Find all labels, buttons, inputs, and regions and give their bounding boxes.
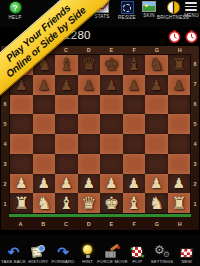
file-label: D: [77, 220, 100, 227]
square-g6[interactable]: [145, 95, 168, 115]
white-pawn: ♟: [37, 176, 50, 190]
square-d8[interactable]: ♛: [78, 55, 101, 75]
rank-label: 5: [191, 114, 199, 134]
settings-icon: ⚙⚙: [154, 245, 170, 258]
rank-label: 1: [1, 194, 9, 214]
square-e8[interactable]: ♚: [100, 55, 123, 75]
rank-labels-right: 87654321: [191, 54, 199, 214]
black-pawn: ♟: [172, 77, 185, 91]
rank-label: 4: [191, 134, 199, 154]
new-icon: [180, 248, 194, 258]
square-h2[interactable]: ♟: [168, 174, 191, 194]
rank-label: 3: [191, 154, 199, 174]
rank-label: 2: [1, 174, 9, 194]
history-label: HISTORY: [28, 259, 48, 264]
hint-label: HINT: [82, 259, 93, 264]
square-b6[interactable]: [33, 95, 56, 115]
square-e1[interactable]: ♚: [100, 193, 123, 213]
square-a6[interactable]: [10, 95, 33, 115]
square-c5[interactable]: [55, 114, 78, 134]
square-d5[interactable]: [78, 114, 101, 134]
square-f2[interactable]: ♟: [123, 174, 146, 194]
square-h4[interactable]: [168, 134, 191, 154]
square-h7[interactable]: ♟: [168, 75, 191, 95]
settings-button[interactable]: ⚙⚙ SETTINGS: [150, 245, 175, 265]
forward-button[interactable]: ↷ FORWARD: [51, 246, 76, 265]
square-e3[interactable]: [100, 154, 123, 174]
stats-label: STATS: [94, 14, 109, 19]
file-label: E: [100, 47, 123, 54]
black-pawn: ♟: [82, 77, 95, 91]
file-label: F: [123, 220, 146, 227]
square-h1[interactable]: ♜: [168, 193, 191, 213]
help-button[interactable]: ? HELP: [2, 1, 28, 20]
rank-label: 2: [191, 174, 199, 194]
flip-icon: ▲▼: [131, 246, 143, 258]
white-pawn: ♟: [60, 176, 73, 190]
rank-label: 6: [1, 94, 9, 114]
menu-icon: [185, 1, 198, 12]
black-pawn: ♟: [150, 77, 163, 91]
black-pawn: ♟: [105, 77, 118, 91]
square-h6[interactable]: [168, 95, 191, 115]
hint-button[interactable]: HINT: [75, 245, 100, 265]
rank-label: 6: [191, 94, 199, 114]
skin-label: SKIN: [143, 13, 155, 18]
forward-label: FORWARD: [52, 259, 75, 264]
white-knight: ♞: [149, 194, 164, 211]
chess-board: ABCDEFGH ABCDEFGH 87654321 87654321 ♜♞♝♛…: [0, 45, 200, 231]
white-pawn: ♟: [15, 176, 28, 190]
square-b3[interactable]: [33, 154, 56, 174]
file-label: A: [9, 220, 32, 227]
file-label: H: [168, 47, 191, 54]
square-a2[interactable]: ♟: [10, 174, 33, 194]
menu-label: MENU: [184, 13, 198, 18]
square-h5[interactable]: [168, 114, 191, 134]
square-e2[interactable]: ♟: [100, 174, 123, 194]
resize-label: RESIZE: [118, 15, 136, 20]
square-d6[interactable]: [78, 95, 101, 115]
file-label: C: [55, 220, 78, 227]
take-back-button[interactable]: ↶ TAKE BACK: [1, 246, 26, 265]
square-b5[interactable]: [33, 114, 56, 134]
black-bishop: ♝: [59, 56, 74, 73]
square-g1[interactable]: ♞: [145, 193, 168, 213]
white-rook: ♜: [14, 194, 29, 211]
help-icon: ?: [9, 1, 22, 14]
white-rook: ♜: [171, 194, 186, 211]
file-label: G: [146, 220, 169, 227]
new-label: NEW: [181, 259, 191, 264]
rank-label: 1: [191, 194, 199, 214]
square-a4[interactable]: [10, 134, 33, 154]
flip-label: FLIP: [133, 259, 143, 264]
black-bishop: ♝: [126, 56, 141, 73]
square-g5[interactable]: [145, 114, 168, 134]
square-b2[interactable]: ♟: [33, 174, 56, 194]
white-knight: ♞: [36, 194, 51, 211]
file-label: C: [55, 47, 78, 54]
file-label: H: [168, 220, 191, 227]
square-a1[interactable]: ♜: [10, 193, 33, 213]
white-pawn: ♟: [127, 176, 140, 190]
square-d7[interactable]: ♟: [78, 75, 101, 95]
history-button[interactable]: HISTORY: [26, 245, 51, 265]
square-c3[interactable]: [55, 154, 78, 174]
square-f8[interactable]: ♝: [123, 55, 146, 75]
square-g8[interactable]: ♞: [145, 55, 168, 75]
square-b4[interactable]: [33, 134, 56, 154]
white-pawn: ♟: [172, 176, 185, 190]
square-f5[interactable]: [123, 114, 146, 134]
file-label: D: [77, 47, 100, 54]
square-c4[interactable]: [55, 134, 78, 154]
take-back-icon: ↶: [8, 246, 20, 258]
square-c7[interactable]: ♟: [55, 75, 78, 95]
square-d4[interactable]: [78, 134, 101, 154]
hint-icon: [82, 245, 94, 258]
black-pawn: ♟: [37, 77, 50, 91]
square-e4[interactable]: [100, 134, 123, 154]
file-label: F: [123, 47, 146, 54]
white-pawn: ♟: [150, 176, 163, 190]
help-label: HELP: [9, 15, 22, 20]
square-h8[interactable]: ♜: [168, 55, 191, 75]
square-g7[interactable]: ♟: [145, 75, 168, 95]
square-e7[interactable]: ♟: [100, 75, 123, 95]
black-knight: ♞: [149, 56, 164, 73]
force-move-button[interactable]: FORCE MOVE: [100, 246, 125, 265]
square-c8[interactable]: ♝: [55, 55, 78, 75]
square-a5[interactable]: [10, 114, 33, 134]
file-labels-bottom: ABCDEFGH: [9, 220, 191, 227]
square-b7[interactable]: ♟: [33, 75, 56, 95]
square-g3[interactable]: [145, 154, 168, 174]
board-squares: ♜♞♝♛♚♝♞♜♟♟♟♟♟♟♟♟♟♟♟♟♟♟♟♟♜♞♝♛♚♝♞♜: [9, 54, 191, 214]
square-d3[interactable]: [78, 154, 101, 174]
square-g2[interactable]: ♟: [145, 174, 168, 194]
white-bishop: ♝: [59, 194, 74, 211]
square-d2[interactable]: ♟: [78, 174, 101, 194]
square-e6[interactable]: [100, 95, 123, 115]
square-e5[interactable]: [100, 114, 123, 134]
square-c1[interactable]: ♝: [55, 193, 78, 213]
square-f4[interactable]: [123, 134, 146, 154]
file-label: E: [100, 220, 123, 227]
rank-label: 7: [191, 74, 199, 94]
square-a3[interactable]: [10, 154, 33, 174]
square-f6[interactable]: [123, 95, 146, 115]
black-king: ♚: [104, 56, 119, 73]
file-label: B: [32, 220, 55, 227]
alarm-clock-icon: [185, 30, 198, 43]
square-f3[interactable]: [123, 154, 146, 174]
history-icon: [31, 245, 45, 258]
rank-label: 8: [191, 54, 199, 74]
square-d1[interactable]: ♛: [78, 193, 101, 213]
force-move-icon: [105, 246, 120, 258]
settings-label: SETTINGS: [151, 259, 174, 264]
square-c2[interactable]: ♟: [55, 174, 78, 194]
brightness-icon: [167, 1, 180, 14]
resize-button[interactable]: RESIZE: [114, 1, 140, 20]
force-move-label: FORCE MOVE: [97, 259, 127, 264]
black-queen: ♛: [81, 56, 96, 73]
forward-icon: ↷: [57, 246, 69, 258]
white-queen: ♛: [81, 194, 96, 211]
resize-icon: [121, 1, 134, 14]
skin-icon: [142, 1, 156, 12]
alarm-clock-icon: [168, 30, 181, 43]
rank-label: 3: [1, 154, 9, 174]
menu-button[interactable]: MENU: [184, 1, 199, 18]
square-b1[interactable]: ♞: [33, 193, 56, 213]
white-pawn: ♟: [82, 176, 95, 190]
rank-label: 4: [1, 134, 9, 154]
black-pawn: ♟: [127, 77, 140, 91]
take-back-label: TAKE BACK: [1, 259, 26, 264]
white-pawn: ♟: [105, 176, 118, 190]
new-button[interactable]: NEW: [174, 248, 199, 265]
white-bishop: ♝: [126, 194, 141, 211]
black-pawn: ♟: [60, 77, 73, 91]
square-h3[interactable]: [168, 154, 191, 174]
square-f1[interactable]: ♝: [123, 193, 146, 213]
bottom-highlight-strip: [9, 214, 191, 217]
square-c6[interactable]: [55, 95, 78, 115]
black-rook: ♜: [171, 56, 186, 73]
white-king: ♚: [104, 194, 119, 211]
square-f7[interactable]: ♟: [123, 75, 146, 95]
flip-button[interactable]: ▲▼ FLIP: [125, 246, 150, 265]
bottom-toolbar: ↶ TAKE BACK HISTORY ↷ FORWARD HINT FORCE…: [0, 235, 200, 266]
rank-label: 5: [1, 114, 9, 134]
file-label: G: [146, 47, 169, 54]
square-g4[interactable]: [145, 134, 168, 154]
